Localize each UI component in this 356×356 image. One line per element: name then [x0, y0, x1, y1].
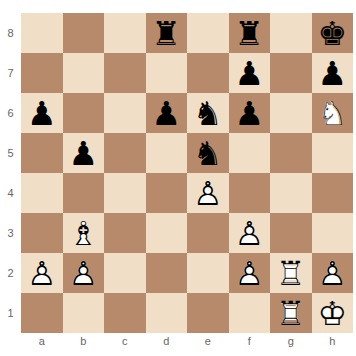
square-h4[interactable] [312, 173, 354, 213]
square-g5[interactable] [270, 133, 312, 173]
white-rook: ♜♖ [270, 253, 312, 293]
square-c1[interactable] [104, 293, 146, 333]
file-label-h: h [312, 333, 354, 354]
square-c7[interactable] [104, 53, 146, 93]
piece-glyph-outline: ♙ [229, 253, 271, 293]
piece-glyph-fill: ♟ [312, 53, 354, 93]
piece-glyph-outline: ♙ [63, 253, 105, 293]
square-e6[interactable]: ♞ [187, 93, 229, 133]
square-a8[interactable] [21, 13, 63, 53]
white-pawn: ♟♙ [63, 253, 105, 293]
piece-glyph-fill: ♚ [312, 13, 354, 53]
square-g1[interactable]: ♜♖ [270, 293, 312, 333]
square-e2[interactable] [187, 253, 229, 293]
rank-label-1: 1 [0, 293, 21, 333]
black-knight: ♞ [187, 93, 229, 133]
square-a2[interactable]: ♟♙ [21, 253, 63, 293]
square-c3[interactable] [104, 213, 146, 253]
file-label-c: c [104, 333, 146, 354]
file-label-a: a [21, 333, 63, 354]
square-f8[interactable]: ♜ [229, 13, 271, 53]
white-knight: ♞♘ [312, 93, 354, 133]
black-rook: ♜ [146, 13, 188, 53]
piece-glyph-fill: ♞ [187, 93, 229, 133]
square-g4[interactable] [270, 173, 312, 213]
file-label-g: g [270, 333, 312, 354]
piece-glyph-fill: ♟ [21, 93, 63, 133]
square-b5[interactable]: ♟ [63, 133, 105, 173]
square-e8[interactable] [187, 13, 229, 53]
chess-diagram: 87654321 ♜♜♚♟♟♟♟♞♟♞♘♟♞♟♙♝♗♟♙♟♙♟♙♟♙♜♖♟♙♜♖… [0, 0, 356, 356]
piece-glyph-outline: ♙ [187, 173, 229, 213]
black-pawn: ♟ [229, 93, 271, 133]
square-b7[interactable] [63, 53, 105, 93]
square-h8[interactable]: ♚ [312, 13, 354, 53]
rank-label-5: 5 [0, 133, 21, 173]
rank-label-2: 2 [0, 253, 21, 293]
square-h2[interactable]: ♟♙ [312, 253, 354, 293]
black-rook: ♜ [229, 13, 271, 53]
white-king: ♚♔ [312, 293, 354, 333]
rank-label-4: 4 [0, 173, 21, 213]
square-g8[interactable] [270, 13, 312, 53]
black-pawn: ♟ [21, 93, 63, 133]
chess-board: ♜♜♚♟♟♟♟♞♟♞♘♟♞♟♙♝♗♟♙♟♙♟♙♟♙♜♖♟♙♜♖♚♔ [21, 13, 353, 333]
square-b1[interactable] [63, 293, 105, 333]
square-a4[interactable] [21, 173, 63, 213]
file-label-e: e [187, 333, 229, 354]
square-e5[interactable]: ♞ [187, 133, 229, 173]
square-d8[interactable]: ♜ [146, 13, 188, 53]
square-d1[interactable] [146, 293, 188, 333]
file-label-d: d [146, 333, 188, 354]
square-d5[interactable] [146, 133, 188, 173]
square-d2[interactable] [146, 253, 188, 293]
square-h3[interactable] [312, 213, 354, 253]
black-pawn: ♟ [312, 53, 354, 93]
rank-label-3: 3 [0, 213, 21, 253]
black-knight: ♞ [187, 133, 229, 173]
piece-glyph-outline: ♙ [21, 253, 63, 293]
square-g6[interactable] [270, 93, 312, 133]
black-pawn: ♟ [229, 53, 271, 93]
piece-glyph-fill: ♟ [229, 93, 271, 133]
piece-glyph-outline: ♖ [270, 293, 312, 333]
square-b8[interactable] [63, 13, 105, 53]
white-pawn: ♟♙ [229, 253, 271, 293]
piece-glyph-fill: ♟ [146, 93, 188, 133]
white-rook: ♜♖ [270, 293, 312, 333]
square-f2[interactable]: ♟♙ [229, 253, 271, 293]
square-a6[interactable]: ♟ [21, 93, 63, 133]
black-pawn: ♟ [146, 93, 188, 133]
file-label-f: f [229, 333, 271, 354]
square-f6[interactable]: ♟ [229, 93, 271, 133]
square-h1[interactable]: ♚♔ [312, 293, 354, 333]
square-h5[interactable] [312, 133, 354, 173]
piece-glyph-outline: ♔ [312, 293, 354, 333]
piece-glyph-fill: ♟ [229, 53, 271, 93]
black-king: ♚ [312, 13, 354, 53]
square-f1[interactable] [229, 293, 271, 333]
square-b3[interactable]: ♝♗ [63, 213, 105, 253]
square-b4[interactable] [63, 173, 105, 213]
file-label-b: b [63, 333, 105, 354]
square-e3[interactable] [187, 213, 229, 253]
square-g2[interactable]: ♜♖ [270, 253, 312, 293]
piece-glyph-outline: ♖ [270, 253, 312, 293]
square-h6[interactable]: ♞♘ [312, 93, 354, 133]
piece-glyph-outline: ♙ [229, 213, 271, 253]
square-e7[interactable] [187, 53, 229, 93]
black-pawn: ♟ [63, 133, 105, 173]
square-d3[interactable] [146, 213, 188, 253]
rank-labels: 87654321 [0, 13, 21, 333]
square-b6[interactable] [63, 93, 105, 133]
rank-label-8: 8 [0, 13, 21, 53]
white-pawn: ♟♙ [312, 253, 354, 293]
square-c4[interactable] [104, 173, 146, 213]
square-h7[interactable]: ♟ [312, 53, 354, 93]
square-c8[interactable] [104, 13, 146, 53]
rank-label-6: 6 [0, 93, 21, 133]
square-f4[interactable] [229, 173, 271, 213]
square-f5[interactable] [229, 133, 271, 173]
square-b2[interactable]: ♟♙ [63, 253, 105, 293]
piece-glyph-fill: ♟ [63, 133, 105, 173]
square-a5[interactable] [21, 133, 63, 173]
white-bishop: ♝♗ [63, 213, 105, 253]
square-f7[interactable]: ♟ [229, 53, 271, 93]
square-a1[interactable] [21, 293, 63, 333]
piece-glyph-outline: ♙ [312, 253, 354, 293]
square-c2[interactable] [104, 253, 146, 293]
square-d6[interactable]: ♟ [146, 93, 188, 133]
square-d7[interactable] [146, 53, 188, 93]
square-g7[interactable] [270, 53, 312, 93]
square-g3[interactable] [270, 213, 312, 253]
square-d4[interactable] [146, 173, 188, 213]
square-e1[interactable] [187, 293, 229, 333]
square-e4[interactable]: ♟♙ [187, 173, 229, 213]
white-pawn: ♟♙ [21, 253, 63, 293]
square-a3[interactable] [21, 213, 63, 253]
piece-glyph-fill: ♞ [187, 133, 229, 173]
square-a7[interactable] [21, 53, 63, 93]
piece-glyph-outline: ♘ [312, 93, 354, 133]
square-c6[interactable] [104, 93, 146, 133]
square-f3[interactable]: ♟♙ [229, 213, 271, 253]
rank-label-7: 7 [0, 53, 21, 93]
square-c5[interactable] [104, 133, 146, 173]
white-pawn: ♟♙ [187, 173, 229, 213]
white-pawn: ♟♙ [229, 213, 271, 253]
piece-glyph-fill: ♜ [146, 13, 188, 53]
piece-glyph-outline: ♗ [63, 213, 105, 253]
file-labels: abcdefgh [21, 333, 353, 354]
piece-glyph-fill: ♜ [229, 13, 271, 53]
